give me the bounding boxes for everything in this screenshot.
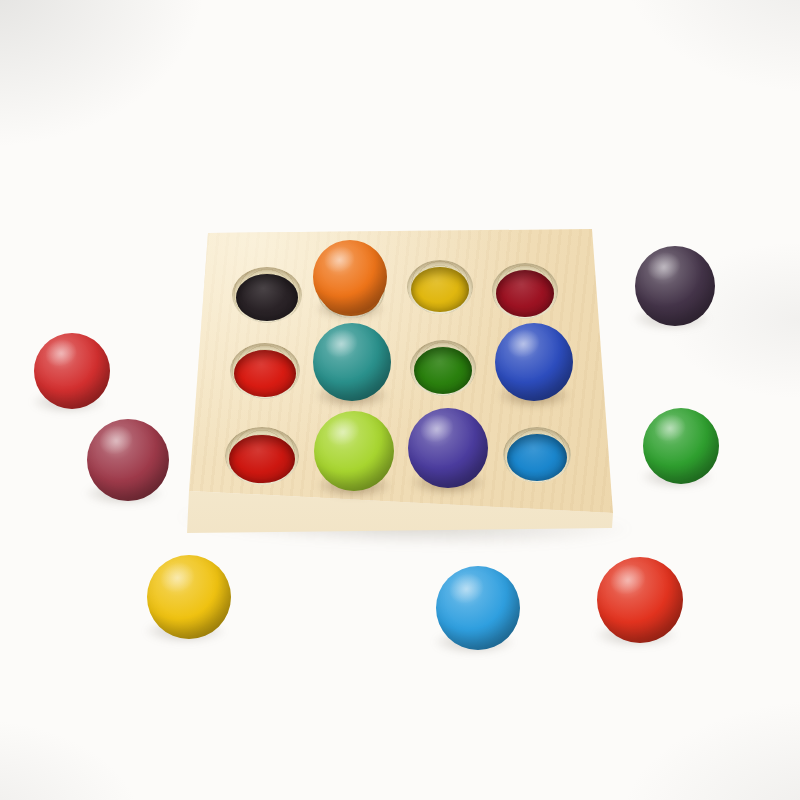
ball-highlight (321, 242, 359, 276)
ball-highlight (416, 410, 457, 447)
loose-ball-dark-purple-top-right[interactable] (635, 246, 715, 326)
ball-purple[interactable] (408, 408, 488, 488)
socket-r1c1-black[interactable] (232, 267, 302, 323)
ball-lime-green[interactable] (314, 411, 394, 491)
socket-paint-dark-red (496, 270, 554, 317)
socket-paint-azure-blue (507, 434, 567, 481)
ball-highlight (96, 421, 138, 459)
socket-paint-red (229, 435, 294, 484)
ball-highlight (606, 559, 650, 599)
ball-highlight (643, 248, 684, 285)
socket-paint-black (236, 274, 298, 321)
socket-r1c4-dark-red[interactable] (492, 263, 558, 319)
ball-teal[interactable] (313, 323, 391, 401)
socket-r2c1-red[interactable] (230, 343, 300, 399)
ball-highlight (42, 335, 81, 370)
ball-highlight (503, 325, 543, 361)
ball-highlight (445, 568, 488, 607)
socket-paint-red (234, 350, 296, 397)
photo-scene (0, 0, 800, 800)
ball-blue[interactable] (495, 323, 573, 401)
socket-r3c4-azure-blue[interactable] (503, 427, 571, 483)
socket-r3c1-red[interactable] (225, 427, 299, 485)
loose-ball-maroon-lower-left[interactable] (87, 419, 169, 501)
loose-ball-yellow-bottom-left[interactable] (147, 555, 231, 639)
socket-r2c3-green[interactable] (410, 340, 476, 396)
socket-paint-green (414, 347, 472, 394)
pieces-layer (0, 0, 800, 800)
loose-ball-red-middle-left[interactable] (34, 333, 110, 409)
loose-ball-sky-blue-bottom-center[interactable] (436, 566, 520, 650)
loose-ball-green-middle-right[interactable] (643, 408, 719, 484)
socket-r1c3-yellow[interactable] (407, 260, 473, 314)
loose-ball-red-bottom-right[interactable] (597, 557, 683, 643)
ball-orange[interactable] (313, 240, 387, 314)
ball-highlight (321, 325, 361, 361)
ball-highlight (651, 410, 690, 445)
ball-highlight (322, 413, 363, 450)
ball-highlight (156, 557, 199, 596)
socket-paint-yellow (411, 267, 469, 312)
